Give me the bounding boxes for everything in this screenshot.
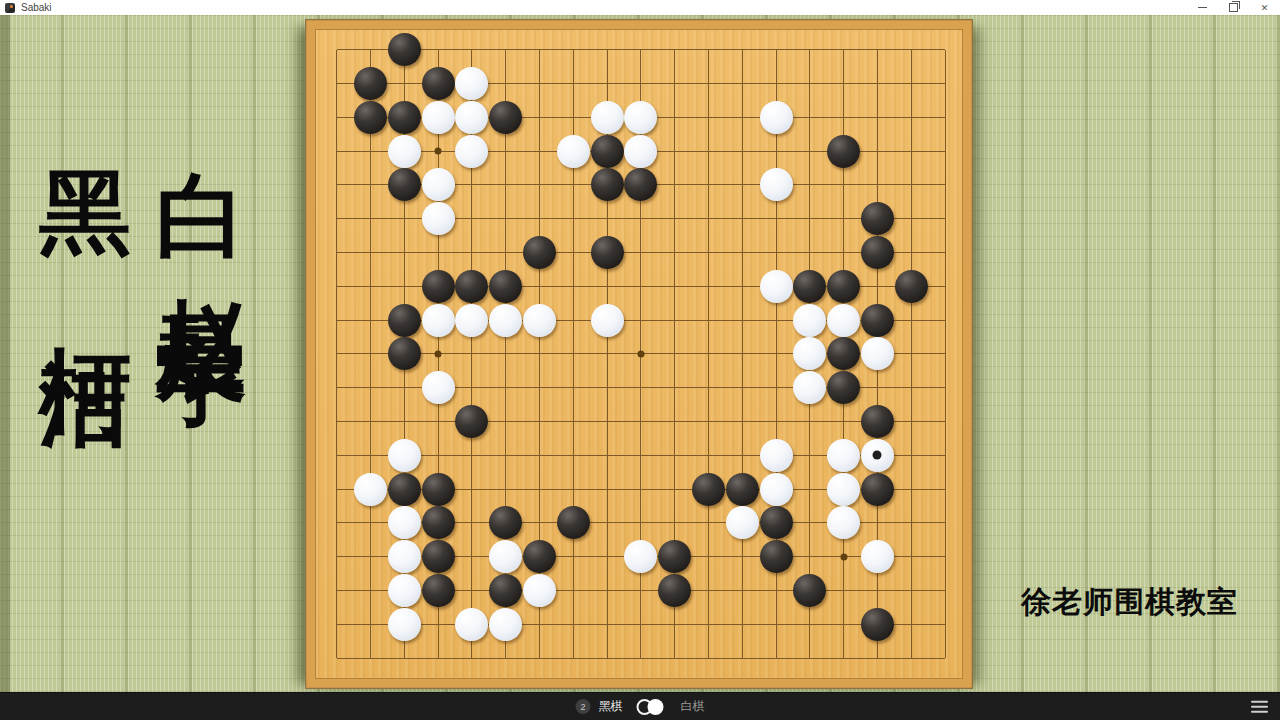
board-cell[interactable]: [354, 33, 388, 67]
board-cell[interactable]: [489, 472, 523, 506]
board-cell[interactable]: [320, 33, 354, 67]
board-cell[interactable]: [354, 641, 388, 675]
board-cell[interactable]: [354, 134, 388, 168]
board-cell[interactable]: [928, 236, 962, 270]
board-cell[interactable]: [692, 337, 726, 371]
board-cell[interactable]: [759, 641, 793, 675]
board-cell[interactable]: [894, 134, 928, 168]
board-cell[interactable]: [725, 67, 759, 101]
board-cell[interactable]: [590, 269, 624, 303]
board-cell[interactable]: [725, 405, 759, 439]
board-cell[interactable]: [489, 405, 523, 439]
board-cell[interactable]: [827, 67, 861, 101]
board-cell[interactable]: [725, 506, 759, 540]
board-cell[interactable]: [590, 236, 624, 270]
menu-icon[interactable]: [1251, 700, 1268, 713]
board-cell[interactable]: [354, 168, 388, 202]
board-cell[interactable]: [793, 540, 827, 574]
board-cell[interactable]: [692, 574, 726, 608]
board-cell[interactable]: [793, 641, 827, 675]
board-cell[interactable]: [725, 540, 759, 574]
board-cell[interactable]: [421, 405, 455, 439]
board-cell[interactable]: [489, 371, 523, 405]
board-cell[interactable]: [928, 438, 962, 472]
board-cell[interactable]: [320, 506, 354, 540]
board-cell[interactable]: [354, 540, 388, 574]
board-cell[interactable]: [692, 371, 726, 405]
board-cell[interactable]: [556, 100, 590, 134]
board-cell[interactable]: [827, 100, 861, 134]
board-cell[interactable]: [692, 100, 726, 134]
board-cell[interactable]: [928, 405, 962, 439]
board-cell[interactable]: [658, 303, 692, 337]
board-cell[interactable]: [320, 337, 354, 371]
board-cell[interactable]: [793, 168, 827, 202]
board-cell[interactable]: [421, 506, 455, 540]
board-cell[interactable]: [523, 67, 557, 101]
board-cell[interactable]: [489, 641, 523, 675]
board-cell[interactable]: [387, 472, 421, 506]
board-cell[interactable]: [421, 574, 455, 608]
board-cell[interactable]: [387, 33, 421, 67]
board-cell[interactable]: [725, 371, 759, 405]
board-cell[interactable]: [861, 540, 895, 574]
board-cell[interactable]: [523, 405, 557, 439]
board-cell[interactable]: [861, 168, 895, 202]
board-cell[interactable]: [624, 405, 658, 439]
board-cell[interactable]: [658, 371, 692, 405]
board-cell[interactable]: [489, 100, 523, 134]
board-cell[interactable]: [692, 33, 726, 67]
board-cell[interactable]: [793, 405, 827, 439]
board-cell[interactable]: [658, 100, 692, 134]
board-cell[interactable]: [658, 438, 692, 472]
board-cell[interactable]: [624, 574, 658, 608]
board-cell[interactable]: [320, 607, 354, 641]
board-cell[interactable]: [894, 100, 928, 134]
board-cell[interactable]: [658, 168, 692, 202]
board-cell[interactable]: [861, 269, 895, 303]
board-cell[interactable]: [523, 100, 557, 134]
board-cell[interactable]: [928, 540, 962, 574]
board-cell[interactable]: [556, 236, 590, 270]
board-cell[interactable]: [725, 472, 759, 506]
board-cell[interactable]: [861, 134, 895, 168]
board-cell[interactable]: [759, 438, 793, 472]
board-cell[interactable]: [624, 641, 658, 675]
board-cell[interactable]: [928, 337, 962, 371]
board-cell[interactable]: [928, 641, 962, 675]
board-cell[interactable]: [387, 134, 421, 168]
board-cell[interactable]: [827, 607, 861, 641]
board-cell[interactable]: [556, 574, 590, 608]
board-cell[interactable]: [387, 607, 421, 641]
board-cell[interactable]: [759, 168, 793, 202]
board-cell[interactable]: [759, 540, 793, 574]
board-cell[interactable]: [387, 202, 421, 236]
board-cell[interactable]: [387, 405, 421, 439]
board-cell[interactable]: [861, 574, 895, 608]
board-cell[interactable]: [827, 405, 861, 439]
board-cell[interactable]: [759, 506, 793, 540]
board-cell[interactable]: [793, 67, 827, 101]
board-cell[interactable]: [861, 607, 895, 641]
board-cell[interactable]: [793, 33, 827, 67]
board-cell[interactable]: [421, 472, 455, 506]
board-cell[interactable]: [624, 33, 658, 67]
board-cell[interactable]: [793, 303, 827, 337]
board-cell[interactable]: [827, 337, 861, 371]
board-cell[interactable]: [523, 506, 557, 540]
board-cell[interactable]: [658, 236, 692, 270]
board-cell[interactable]: [894, 337, 928, 371]
board-cell[interactable]: [421, 303, 455, 337]
board-cell[interactable]: [725, 134, 759, 168]
board-cell[interactable]: [590, 134, 624, 168]
board-cell[interactable]: [556, 67, 590, 101]
board-cell[interactable]: [624, 337, 658, 371]
board-cell[interactable]: [387, 337, 421, 371]
board-cell[interactable]: [320, 236, 354, 270]
board-cell[interactable]: [894, 168, 928, 202]
board-cell[interactable]: [523, 371, 557, 405]
board-cell[interactable]: [759, 405, 793, 439]
board-cell[interactable]: [421, 33, 455, 67]
board-cell[interactable]: [928, 33, 962, 67]
board-cell[interactable]: [759, 100, 793, 134]
board-cell[interactable]: [590, 405, 624, 439]
board-cell[interactable]: [692, 438, 726, 472]
board-cell[interactable]: [421, 269, 455, 303]
board-cell[interactable]: [320, 202, 354, 236]
board-cell[interactable]: [692, 303, 726, 337]
board-cell[interactable]: [455, 607, 489, 641]
board-cell[interactable]: [489, 33, 523, 67]
board-cell[interactable]: [354, 607, 388, 641]
board-cell[interactable]: [455, 371, 489, 405]
board-cell[interactable]: [421, 67, 455, 101]
board-cell[interactable]: [523, 641, 557, 675]
board-cell[interactable]: [928, 506, 962, 540]
board-cell[interactable]: [894, 371, 928, 405]
board-cell[interactable]: [421, 202, 455, 236]
board-cell[interactable]: [590, 641, 624, 675]
board-cell[interactable]: [489, 438, 523, 472]
board-cell[interactable]: [827, 371, 861, 405]
board-cell[interactable]: [354, 236, 388, 270]
board-cell[interactable]: [624, 202, 658, 236]
board-cell[interactable]: [489, 574, 523, 608]
board-cell[interactable]: [387, 269, 421, 303]
board-cell[interactable]: [658, 337, 692, 371]
board-cell[interactable]: [624, 100, 658, 134]
board-cell[interactable]: [725, 438, 759, 472]
board-cell[interactable]: [759, 236, 793, 270]
board-cell[interactable]: [928, 100, 962, 134]
board-cell[interactable]: [354, 472, 388, 506]
board-cell[interactable]: [827, 33, 861, 67]
board-cell[interactable]: [421, 540, 455, 574]
board-cell[interactable]: [523, 540, 557, 574]
board-cell[interactable]: [455, 202, 489, 236]
board-cell[interactable]: [658, 33, 692, 67]
board-cell[interactable]: [421, 607, 455, 641]
board-cell[interactable]: [387, 168, 421, 202]
board-cell[interactable]: [489, 337, 523, 371]
board-cell[interactable]: [489, 303, 523, 337]
board-cell[interactable]: [320, 472, 354, 506]
board-cell[interactable]: [523, 168, 557, 202]
board-cell[interactable]: [827, 438, 861, 472]
board-cell[interactable]: [320, 574, 354, 608]
board-cell[interactable]: [421, 641, 455, 675]
board-cell[interactable]: [793, 607, 827, 641]
board-cell[interactable]: [556, 33, 590, 67]
board-cell[interactable]: [489, 506, 523, 540]
board-cell[interactable]: [556, 168, 590, 202]
board-cell[interactable]: [861, 236, 895, 270]
board-cell[interactable]: [320, 438, 354, 472]
board-cell[interactable]: [489, 67, 523, 101]
board-cell[interactable]: [590, 472, 624, 506]
board-cell[interactable]: [793, 100, 827, 134]
board-cell[interactable]: [523, 438, 557, 472]
board-cell[interactable]: [928, 269, 962, 303]
board-cell[interactable]: [759, 202, 793, 236]
board-cell[interactable]: [387, 100, 421, 134]
board-cell[interactable]: [489, 236, 523, 270]
board-cell[interactable]: [692, 202, 726, 236]
board-cell[interactable]: [793, 438, 827, 472]
board-cell[interactable]: [523, 574, 557, 608]
board-cell[interactable]: [827, 269, 861, 303]
board-cell[interactable]: [692, 607, 726, 641]
board-cell[interactable]: [658, 472, 692, 506]
board-cell[interactable]: [725, 202, 759, 236]
board-cell[interactable]: [320, 405, 354, 439]
board-cell[interactable]: [793, 506, 827, 540]
board-cell[interactable]: [387, 438, 421, 472]
board-cell[interactable]: [658, 202, 692, 236]
board-cell[interactable]: [421, 337, 455, 371]
board-cell[interactable]: [590, 67, 624, 101]
board-cell[interactable]: [759, 269, 793, 303]
board-cell[interactable]: [861, 303, 895, 337]
close-button[interactable]: ✕: [1249, 0, 1280, 15]
board-cell[interactable]: [894, 574, 928, 608]
board-cell[interactable]: [556, 371, 590, 405]
board-cell[interactable]: [354, 438, 388, 472]
board-cell[interactable]: [624, 607, 658, 641]
board-cell[interactable]: [928, 303, 962, 337]
board-cell[interactable]: [759, 134, 793, 168]
board-cell[interactable]: [759, 607, 793, 641]
board-cell[interactable]: [793, 472, 827, 506]
board-cell[interactable]: [556, 202, 590, 236]
board-cell[interactable]: [827, 134, 861, 168]
board-cell[interactable]: [759, 33, 793, 67]
board-cell[interactable]: [387, 371, 421, 405]
board-cell[interactable]: [455, 641, 489, 675]
board-cell[interactable]: [928, 574, 962, 608]
board-cell[interactable]: [590, 100, 624, 134]
board-cell[interactable]: [556, 405, 590, 439]
board-cell[interactable]: [590, 506, 624, 540]
board-cell[interactable]: [590, 33, 624, 67]
board-cell[interactable]: [387, 641, 421, 675]
board-cell[interactable]: [421, 100, 455, 134]
board-cell[interactable]: [658, 506, 692, 540]
minimize-button[interactable]: [1187, 0, 1218, 15]
board-cell[interactable]: [590, 168, 624, 202]
board-cell[interactable]: [387, 506, 421, 540]
board-cell[interactable]: [658, 540, 692, 574]
board-cell[interactable]: [725, 607, 759, 641]
board-cell[interactable]: [894, 438, 928, 472]
board-cell[interactable]: [725, 641, 759, 675]
board-cell[interactable]: [354, 202, 388, 236]
board-cell[interactable]: [354, 269, 388, 303]
board-cell[interactable]: [928, 607, 962, 641]
board-cell[interactable]: [692, 506, 726, 540]
board-cell[interactable]: [354, 100, 388, 134]
board-cell[interactable]: [590, 202, 624, 236]
restore-button[interactable]: [1218, 0, 1249, 15]
board-cell[interactable]: [455, 303, 489, 337]
board-cell[interactable]: [455, 405, 489, 439]
board-cell[interactable]: [455, 33, 489, 67]
board-cell[interactable]: [320, 134, 354, 168]
board-cell[interactable]: [354, 337, 388, 371]
board-cell[interactable]: [590, 371, 624, 405]
board-cell[interactable]: [928, 134, 962, 168]
board-cell[interactable]: [556, 438, 590, 472]
board-cell[interactable]: [861, 337, 895, 371]
board-cell[interactable]: [320, 67, 354, 101]
board-cell[interactable]: [523, 303, 557, 337]
board-cell[interactable]: [421, 438, 455, 472]
board-cell[interactable]: [928, 67, 962, 101]
board-cell[interactable]: [827, 236, 861, 270]
board-cell[interactable]: [387, 67, 421, 101]
board-cell[interactable]: [320, 168, 354, 202]
board-cell[interactable]: [861, 202, 895, 236]
board-cell[interactable]: [523, 472, 557, 506]
board-cell[interactable]: [556, 472, 590, 506]
board-cell[interactable]: [861, 67, 895, 101]
board-cell[interactable]: [489, 168, 523, 202]
board-cell[interactable]: [725, 337, 759, 371]
board-cell[interactable]: [759, 67, 793, 101]
board-cell[interactable]: [455, 506, 489, 540]
board-cell[interactable]: [489, 269, 523, 303]
board-cell[interactable]: [523, 33, 557, 67]
board-cell[interactable]: [489, 202, 523, 236]
board-cell[interactable]: [658, 574, 692, 608]
board-cell[interactable]: [759, 472, 793, 506]
board-cell[interactable]: [489, 607, 523, 641]
board-cell[interactable]: [658, 607, 692, 641]
board-cell[interactable]: [556, 303, 590, 337]
board-cell[interactable]: [421, 168, 455, 202]
board-cell[interactable]: [658, 269, 692, 303]
board-cell[interactable]: [928, 168, 962, 202]
board-cell[interactable]: [928, 472, 962, 506]
board-cell[interactable]: [793, 202, 827, 236]
board-cell[interactable]: [354, 506, 388, 540]
board-cell[interactable]: [590, 574, 624, 608]
board-cell[interactable]: [590, 540, 624, 574]
board-cell[interactable]: [692, 540, 726, 574]
board-cell[interactable]: [894, 641, 928, 675]
board-cell[interactable]: [692, 472, 726, 506]
board-cell[interactable]: [624, 236, 658, 270]
board-cell[interactable]: [624, 303, 658, 337]
board-cell[interactable]: [894, 67, 928, 101]
board-cell[interactable]: [387, 236, 421, 270]
board-cell[interactable]: [387, 574, 421, 608]
board-cell[interactable]: [421, 134, 455, 168]
board-cell[interactable]: [861, 641, 895, 675]
board-cell[interactable]: [624, 438, 658, 472]
board-cell[interactable]: [827, 506, 861, 540]
board-cell[interactable]: [793, 134, 827, 168]
board-cell[interactable]: [759, 337, 793, 371]
board-cell[interactable]: [455, 67, 489, 101]
board-cell[interactable]: [658, 641, 692, 675]
board-cell[interactable]: [556, 337, 590, 371]
board-cell[interactable]: [793, 236, 827, 270]
board-cell[interactable]: [725, 269, 759, 303]
board-cell[interactable]: [827, 472, 861, 506]
board-cell[interactable]: [455, 269, 489, 303]
board-cell[interactable]: [320, 100, 354, 134]
board-cell[interactable]: [523, 337, 557, 371]
board-cell[interactable]: [894, 236, 928, 270]
board-cell[interactable]: [725, 303, 759, 337]
board-cell[interactable]: [624, 269, 658, 303]
board-cell[interactable]: [894, 607, 928, 641]
board-cell[interactable]: [354, 371, 388, 405]
board-cell[interactable]: [556, 540, 590, 574]
board-cell[interactable]: [692, 641, 726, 675]
board-cell[interactable]: [759, 303, 793, 337]
board-cell[interactable]: [861, 33, 895, 67]
board-cell[interactable]: [928, 202, 962, 236]
board-cell[interactable]: [793, 269, 827, 303]
board-cell[interactable]: [894, 506, 928, 540]
board-cell[interactable]: [827, 540, 861, 574]
board-cell[interactable]: [658, 134, 692, 168]
board-cell[interactable]: [861, 438, 895, 472]
board-cell[interactable]: [793, 371, 827, 405]
board-cell[interactable]: [523, 269, 557, 303]
board-cell[interactable]: [354, 574, 388, 608]
board-cell[interactable]: [455, 438, 489, 472]
board-cell[interactable]: [320, 371, 354, 405]
board-cell[interactable]: [624, 506, 658, 540]
board-cell[interactable]: [827, 202, 861, 236]
board-cell[interactable]: [658, 67, 692, 101]
board-cell[interactable]: [556, 641, 590, 675]
board-cell[interactable]: [387, 303, 421, 337]
board-cell[interactable]: [455, 540, 489, 574]
board-cell[interactable]: [827, 641, 861, 675]
board-cell[interactable]: [725, 574, 759, 608]
board-cell[interactable]: [556, 269, 590, 303]
board-cell[interactable]: [827, 168, 861, 202]
board-cell[interactable]: [455, 134, 489, 168]
